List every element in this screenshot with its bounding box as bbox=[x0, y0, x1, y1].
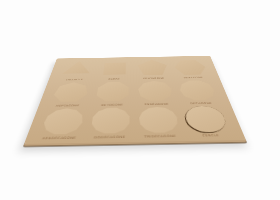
puzzle-slot: DÉCAGONE bbox=[175, 79, 223, 105]
piece-hendecagon[interactable] bbox=[40, 108, 86, 135]
puzzle-slot: HEPTAGONE bbox=[46, 81, 94, 108]
puzzle-slot: HENDÉCAGONE bbox=[34, 107, 89, 141]
piece-tridecagon[interactable] bbox=[139, 107, 181, 134]
puzzle-board: TRIANGLE CARRÉ PENTAGONE HEXAGONE HEPTAG… bbox=[24, 56, 246, 144]
puzzle-photo: TRIANGLE CARRÉ PENTAGONE HEXAGONE HEPTAG… bbox=[24, 0, 246, 142]
shape-label-tridecagon: TRIDÉCAGONE bbox=[144, 134, 176, 139]
piece-nonagon[interactable] bbox=[138, 81, 175, 102]
piece-circle[interactable] bbox=[183, 106, 230, 133]
shape-label-decagon: DÉCAGONE bbox=[190, 101, 213, 105]
puzzle-slot: DODÉCAGONE bbox=[85, 106, 134, 140]
puzzle-slot: OCTOGONE bbox=[90, 80, 133, 107]
shape-label-square: CARRÉ bbox=[108, 78, 120, 81]
piece-heptagon[interactable] bbox=[50, 82, 90, 103]
shape-label-nonagon: ENNÉAGONE bbox=[144, 102, 169, 106]
shape-label-heptagon: HEPTAGONE bbox=[55, 104, 79, 108]
puzzle-slot: CARRÉ bbox=[95, 60, 133, 81]
shape-label-circle: CERCLE bbox=[202, 133, 220, 138]
puzzle-slot: CERCLE bbox=[180, 105, 236, 139]
piece-square[interactable] bbox=[98, 60, 130, 77]
shape-label-hexagon: HEXAGONE bbox=[183, 76, 203, 79]
puzzle-slot: PENTAGONE bbox=[134, 59, 173, 80]
shape-label-hendecagon: HENDÉCAGONE bbox=[41, 136, 76, 141]
piece-triangle[interactable] bbox=[59, 61, 94, 78]
piece-decagon[interactable] bbox=[178, 80, 218, 101]
piece-hexagon[interactable] bbox=[173, 59, 209, 76]
piece-dodecagon[interactable] bbox=[90, 107, 131, 134]
shape-label-octagon: OCTOGONE bbox=[101, 103, 123, 107]
shape-label-dodecagon: DODÉCAGONE bbox=[94, 135, 126, 140]
puzzle-slot: TRIDÉCAGONE bbox=[135, 106, 185, 140]
piece-pentagon[interactable] bbox=[137, 60, 170, 77]
puzzle-slot: HEXAGONE bbox=[170, 58, 213, 79]
piece-octagon[interactable] bbox=[94, 81, 130, 102]
puzzle-slot: ENNÉAGONE bbox=[135, 80, 179, 107]
puzzle-slot: TRIANGLE bbox=[55, 60, 97, 82]
shape-label-triangle: TRIANGLE bbox=[65, 78, 83, 81]
